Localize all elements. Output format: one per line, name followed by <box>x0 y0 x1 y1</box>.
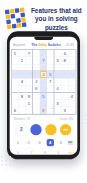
sudoku-cell[interactable] <box>40 64 47 71</box>
numpad-row-2: 6789 <box>10 146 78 154</box>
sudoku-cell[interactable]: 5 <box>26 100 33 107</box>
blue-pen-button[interactable] <box>30 124 41 135</box>
sudoku-cell[interactable] <box>68 78 75 85</box>
sudoku-cell[interactable]: 3 <box>47 107 54 114</box>
sudoku-cell[interactable]: 3 <box>61 107 68 114</box>
timer: 02:45 <box>66 43 74 47</box>
sudoku-cell[interactable]: 8 <box>61 57 68 64</box>
hint-count-button[interactable]: 2 <box>16 124 27 135</box>
numpad-row-1: 12345 <box>10 135 78 146</box>
toolbar: 2 <box>10 121 78 135</box>
sudoku-cell[interactable]: 8 <box>19 93 26 100</box>
sudoku-cell[interactable] <box>33 71 40 78</box>
sudoku-cell[interactable] <box>61 86 68 93</box>
sudoku-cell[interactable]: 7 <box>26 50 33 57</box>
sudoku-cell[interactable] <box>40 86 47 93</box>
sudoku-cell[interactable]: 5 <box>12 50 19 57</box>
pencil-note: 3 <box>52 107 53 109</box>
sudoku-cell[interactable]: 5 <box>47 71 54 78</box>
more-options-icon[interactable] <box>68 141 73 144</box>
decor-dots <box>1 156 11 166</box>
sudoku-cell[interactable] <box>54 50 61 57</box>
sudoku-cell[interactable] <box>12 71 19 78</box>
sudoku-cell[interactable] <box>47 93 54 100</box>
sudoku-cell[interactable] <box>19 107 26 114</box>
sudoku-cell[interactable] <box>33 100 40 107</box>
sudoku-board: 574173845437848954536833 <box>11 49 76 114</box>
sudoku-cell[interactable] <box>68 71 75 78</box>
sudoku-cell[interactable] <box>33 50 40 57</box>
heading-line: you in solving <box>28 15 85 23</box>
sudoku-cell[interactable] <box>61 71 68 78</box>
sudoku-cell[interactable] <box>61 93 68 100</box>
numpad-key-2[interactable]: 2 <box>25 139 32 146</box>
sudoku-cell[interactable]: 5 <box>40 93 47 100</box>
sudoku-cell[interactable]: 8 <box>40 107 47 114</box>
app-title-word: The <box>31 43 38 47</box>
sudoku-cell[interactable]: 9 <box>26 93 33 100</box>
numpad-key-4[interactable]: 4 <box>47 139 54 146</box>
yellow-pen-button[interactable] <box>45 124 56 135</box>
sudoku-cell[interactable] <box>26 57 33 64</box>
sudoku-cell[interactable] <box>47 86 54 93</box>
eraser-icon <box>63 129 68 130</box>
sudoku-cell[interactable] <box>19 100 26 107</box>
numpad-key-7[interactable]: 7 <box>28 149 35 155</box>
sudoku-cell[interactable] <box>54 78 61 85</box>
app-title: The Daily Sudoku <box>31 43 60 47</box>
sudoku-cell[interactable] <box>33 107 40 114</box>
mistakes-counter: Mistakes: 1/3 <box>14 118 31 121</box>
sudoku-cell[interactable] <box>19 64 26 71</box>
heading-line: Features that aid <box>28 7 85 15</box>
eraser-button[interactable] <box>60 124 71 135</box>
phone-notch <box>34 37 53 40</box>
sudoku-cell[interactable]: 4 <box>54 86 61 93</box>
sudoku-cell[interactable] <box>68 107 75 114</box>
sudoku-cell[interactable] <box>47 100 54 107</box>
sudoku-cell[interactable] <box>40 50 47 57</box>
sudoku-cell[interactable] <box>61 78 68 85</box>
numpad-key-3[interactable]: 3 <box>36 139 43 146</box>
sudoku-cell[interactable] <box>26 107 33 114</box>
app-screen: Beginner The Daily Sudoku 02:45 57417384… <box>10 37 78 155</box>
logo-square <box>22 22 27 27</box>
sudoku-cell[interactable] <box>33 93 40 100</box>
sudoku-cell[interactable]: 3 <box>54 57 61 64</box>
sudoku-cell[interactable] <box>54 71 61 78</box>
sudoku-cell[interactable]: 1 <box>19 57 26 64</box>
numpad-key-8[interactable]: 8 <box>41 149 48 155</box>
sudoku-cell[interactable] <box>40 78 47 85</box>
numpad-key-1[interactable]: 1 <box>14 139 21 146</box>
sudoku-cell[interactable]: 4 <box>68 93 75 100</box>
sudoku-cell[interactable] <box>61 64 68 71</box>
app-title-word: Daily <box>38 43 47 47</box>
sudoku-cell[interactable] <box>33 64 40 71</box>
sudoku-cell[interactable]: 4 <box>19 78 26 85</box>
promo-heading: Features that aid you in solving puzzles <box>28 7 85 32</box>
sudoku-cell[interactable] <box>47 57 54 64</box>
sudoku-cell[interactable] <box>54 64 61 71</box>
sudoku-cell[interactable]: 4 <box>40 71 47 78</box>
sudoku-cell[interactable] <box>47 64 54 71</box>
sudoku-cell[interactable]: 6 <box>12 107 19 114</box>
sudoku-cell[interactable] <box>19 86 26 93</box>
sudoku-cell[interactable] <box>33 57 40 64</box>
phone-mockup: Beginner The Daily Sudoku 02:45 57417384… <box>7 31 80 159</box>
numpad-key-6[interactable]: 6 <box>14 149 21 155</box>
sudoku-cell[interactable] <box>68 50 75 57</box>
sudoku-cell[interactable]: 3 <box>54 100 61 107</box>
app-logo <box>5 7 27 29</box>
numpad-key-5[interactable]: 5 <box>57 139 64 146</box>
promo-slide: Features that aid you in solving puzzles… <box>0 0 87 183</box>
sudoku-cell[interactable] <box>12 57 19 64</box>
sudoku-cell[interactable]: 7 <box>40 57 47 64</box>
sudoku-cell[interactable] <box>47 50 54 57</box>
sudoku-cell[interactable] <box>68 57 75 64</box>
sudoku-cell[interactable] <box>19 50 26 57</box>
difficulty-label: Beginner <box>13 43 26 47</box>
sudoku-cell[interactable] <box>26 64 33 71</box>
sudoku-cell[interactable] <box>68 86 75 93</box>
sudoku-cell[interactable]: 3 <box>33 78 40 85</box>
more-options-icon[interactable] <box>68 151 73 154</box>
sudoku-cell[interactable] <box>12 78 19 85</box>
sudoku-cell[interactable] <box>26 78 33 85</box>
sudoku-cell[interactable] <box>61 100 68 107</box>
sudoku-cell[interactable] <box>19 71 26 78</box>
sudoku-cell[interactable] <box>12 64 19 71</box>
score-counter: Score: 480 <box>60 118 74 121</box>
sudoku-cell[interactable] <box>68 100 75 107</box>
sudoku-cell[interactable] <box>12 100 19 107</box>
sudoku-cell[interactable] <box>40 100 47 107</box>
sudoku-cell[interactable] <box>12 93 19 100</box>
sudoku-cell[interactable]: 4 <box>61 50 68 57</box>
sudoku-cell[interactable] <box>68 64 75 71</box>
sudoku-cell[interactable] <box>26 71 33 78</box>
sudoku-cell[interactable] <box>12 86 19 93</box>
sudoku-cell[interactable]: 7 <box>47 78 54 85</box>
sudoku-cell[interactable] <box>54 93 61 100</box>
sudoku-cell[interactable] <box>26 86 33 93</box>
numpad-key-9[interactable]: 9 <box>55 149 62 155</box>
app-title-word: Sudoku <box>48 43 61 47</box>
sudoku-cell[interactable]: 8 <box>33 86 40 93</box>
decor-dots <box>81 115 87 125</box>
sudoku-cell[interactable] <box>54 107 61 114</box>
